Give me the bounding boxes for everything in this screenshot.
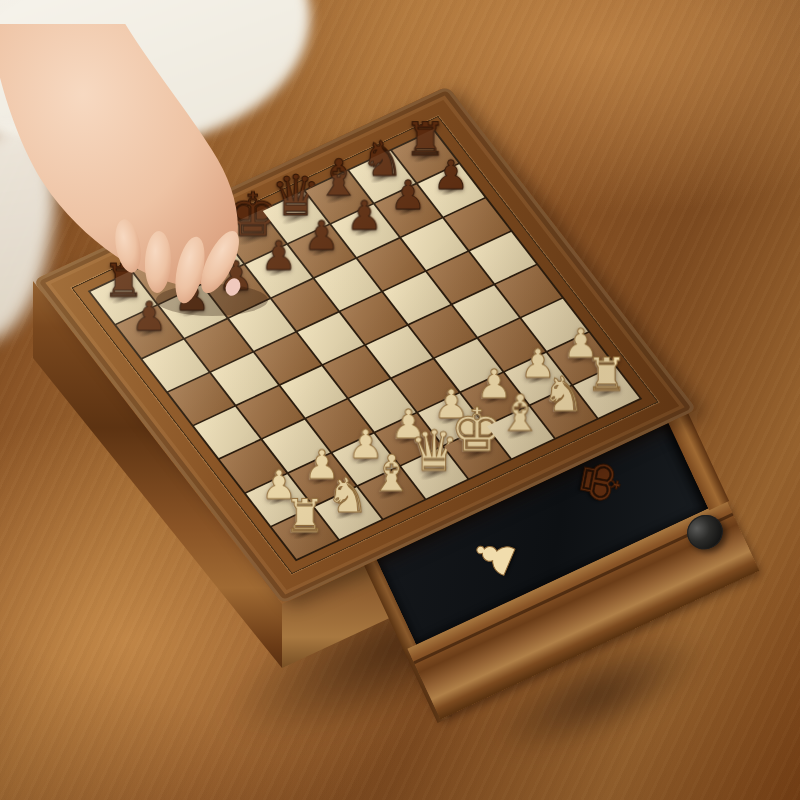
- piece-dark-pawn-h7[interactable]: ♟: [433, 155, 469, 195]
- piece-light-rook-a1[interactable]: ♜: [284, 493, 325, 539]
- drawer-piece-light-pawn[interactable]: ♟: [463, 526, 524, 584]
- hand: [0, 24, 320, 344]
- scene: ♟♚ ♜♞♝♚♛♝♞♜♟♟♟♟♟♟♟♟♟♟♟♟♟♟♟♟♜♞♝♛♚♝♞♜: [0, 0, 800, 800]
- piece-light-knight-b1[interactable]: ♞: [326, 471, 369, 519]
- piece-light-knight-g1[interactable]: ♞: [542, 370, 585, 418]
- piece-light-rook-h1[interactable]: ♜: [586, 351, 627, 397]
